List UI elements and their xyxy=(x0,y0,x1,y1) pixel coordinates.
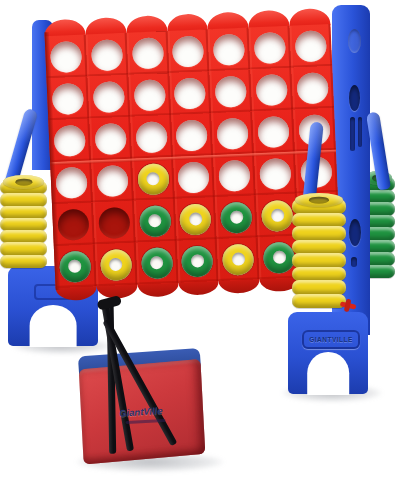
hole xyxy=(297,72,329,104)
cell-r3c5 xyxy=(212,111,255,155)
stack-top-face xyxy=(295,193,343,207)
hole xyxy=(98,206,130,238)
cell-r2c4 xyxy=(169,71,212,115)
disc-yellow xyxy=(180,203,212,235)
hole xyxy=(180,203,212,235)
post-slot xyxy=(358,117,362,147)
cell-r6c2 xyxy=(95,243,138,287)
spare-disc-yellow xyxy=(0,218,47,231)
hole xyxy=(141,247,173,279)
post-emboss-oval xyxy=(348,29,361,53)
cell-r6c3 xyxy=(135,241,178,285)
hole xyxy=(254,31,286,63)
hole xyxy=(220,201,252,233)
hole xyxy=(131,37,163,69)
cell-r4c3 xyxy=(132,157,175,201)
cell-r3c6 xyxy=(252,110,295,154)
right-yellow-stack xyxy=(292,200,346,308)
disc-green xyxy=(139,205,171,237)
disc-yellow xyxy=(261,199,293,231)
disc-green xyxy=(141,247,173,279)
disc-green xyxy=(181,245,213,277)
hole xyxy=(137,163,169,195)
cell-r5c4 xyxy=(174,197,217,241)
hole xyxy=(139,205,171,237)
cell-r5c5 xyxy=(215,195,258,239)
hole xyxy=(181,245,213,277)
hole xyxy=(215,75,247,107)
cell-r4c4 xyxy=(173,155,216,199)
post-hole xyxy=(349,85,360,111)
spare-disc-yellow xyxy=(292,294,346,309)
foot-brand-emboss: GIANTVILLE xyxy=(309,336,353,343)
disc-green xyxy=(220,201,252,233)
cell-r4c6 xyxy=(254,152,297,196)
cell-r1c4 xyxy=(167,29,210,73)
cell-r3c3 xyxy=(130,115,173,159)
hole xyxy=(57,208,89,240)
cell-r1c7 xyxy=(290,24,333,68)
hole xyxy=(219,159,251,191)
cell-r2c5 xyxy=(210,69,253,113)
post-slot xyxy=(351,257,357,267)
post-hole xyxy=(349,219,361,246)
hole xyxy=(100,248,132,280)
spare-disc-yellow xyxy=(0,206,47,219)
spare-disc-yellow xyxy=(0,230,47,243)
post-slot xyxy=(350,117,355,151)
hole xyxy=(91,39,123,71)
hole xyxy=(222,243,254,275)
hole xyxy=(94,122,126,154)
hole xyxy=(55,166,87,198)
hole xyxy=(59,250,91,282)
disc-green xyxy=(59,250,91,282)
spare-disc-yellow xyxy=(0,255,47,268)
disc-yellow xyxy=(137,163,169,195)
cell-r2c3 xyxy=(128,73,171,117)
hole xyxy=(217,117,249,149)
spare-disc-yellow xyxy=(292,280,346,295)
cell-r6c5 xyxy=(217,237,260,281)
cell-r1c2 xyxy=(85,33,128,77)
hole xyxy=(176,119,208,151)
cell-r4c2 xyxy=(91,159,134,203)
cell-r2c2 xyxy=(87,75,130,119)
cell-r3c4 xyxy=(171,113,214,157)
cell-r5c3 xyxy=(134,199,177,243)
disc-yellow xyxy=(222,243,254,275)
hole xyxy=(135,121,167,153)
cell-r6c4 xyxy=(176,239,219,283)
spare-disc-yellow xyxy=(292,213,346,228)
carry-bag: GiantVille xyxy=(78,347,212,472)
red-knob xyxy=(339,297,358,314)
cell-r1c3 xyxy=(126,31,169,75)
hole xyxy=(52,82,84,114)
cell-r1c5 xyxy=(208,27,251,71)
foot-brand-plate: GIANTVILLE xyxy=(302,330,360,349)
left-yellow-stack xyxy=(0,182,47,268)
right-foot: GIANTVILLE xyxy=(288,312,368,394)
disc-yellow xyxy=(100,248,132,280)
spare-disc-yellow xyxy=(292,267,346,282)
cell-r4c5 xyxy=(213,153,256,197)
hole xyxy=(258,115,290,147)
spare-disc-yellow xyxy=(292,226,346,241)
spare-disc-yellow xyxy=(0,193,47,206)
hole xyxy=(96,164,128,196)
hole xyxy=(178,161,210,193)
cell-r3c2 xyxy=(89,117,132,161)
disc-green xyxy=(263,241,295,273)
hole xyxy=(295,30,327,62)
hole xyxy=(263,241,295,273)
hole xyxy=(261,199,293,231)
hole xyxy=(172,35,204,67)
spare-disc-yellow xyxy=(0,242,47,255)
hole xyxy=(256,73,288,105)
cell-r1c6 xyxy=(249,26,292,70)
spare-disc-yellow xyxy=(292,240,346,255)
hole xyxy=(92,80,124,112)
hole xyxy=(53,124,85,156)
hole xyxy=(259,157,291,189)
cell-r5c2 xyxy=(93,201,136,245)
hole xyxy=(213,33,245,65)
hole xyxy=(133,79,165,111)
cell-r2c6 xyxy=(251,68,294,112)
product-photo: GIANTVILLE GiantVille xyxy=(0,0,396,480)
hole xyxy=(50,40,82,72)
cell-r2c7 xyxy=(291,66,334,110)
stack-top-face xyxy=(3,175,44,189)
hole xyxy=(174,77,206,109)
spare-disc-yellow xyxy=(292,253,346,268)
